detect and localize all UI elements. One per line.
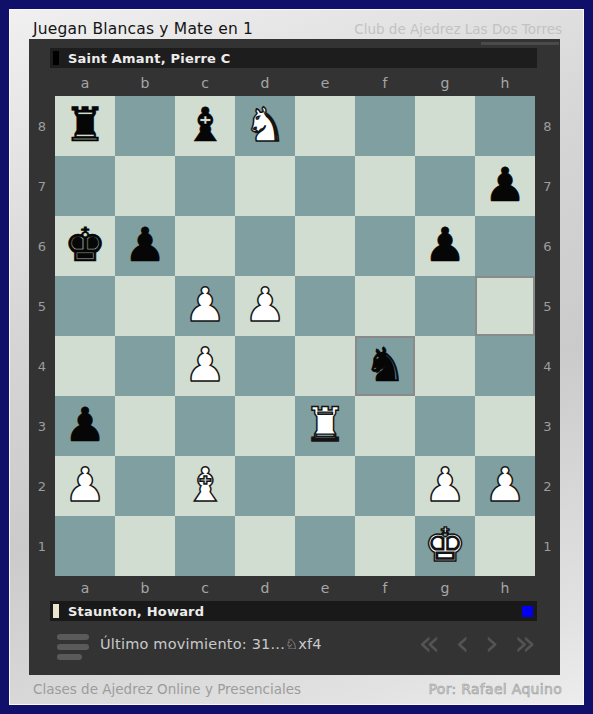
square-a7[interactable] [55,156,115,216]
black-pawn: ♟ [124,221,166,268]
square-g8[interactable] [415,96,475,156]
square-d4[interactable] [235,336,295,396]
square-b3[interactable] [115,396,175,456]
square-c3[interactable] [175,396,235,456]
file-label-h: h [475,577,535,599]
square-a3[interactable]: ♟ [55,396,115,456]
file-label-h: h [475,72,535,94]
square-g1[interactable]: ♚ [415,516,475,576]
white-bishop: ♝ [184,461,226,508]
file-labels-bottom: abcdefgh [55,577,535,599]
rank-label-5: 5 [29,276,55,336]
square-d2[interactable] [235,456,295,516]
page-title: Juegan Blancas y Mate en 1 [33,20,253,38]
chess-widget-panel: Saint Amant, Pierre C abcdefgh 87654321 … [29,39,560,675]
white-pawn: ♟ [64,461,106,508]
black-rook: ♜ [64,101,106,148]
rank-labels-left: 87654321 [29,96,55,576]
black-bishop: ♝ [184,101,226,148]
player-bar-black: Saint Amant, Pierre C [50,48,537,68]
controls-bar: Último movimiento: 31...♘xf4 « ‹ › » [29,622,560,675]
square-h6[interactable] [475,216,535,276]
square-e1[interactable] [295,516,355,576]
square-a1[interactable] [55,516,115,576]
file-label-b: b [115,577,175,599]
white-pawn: ♟ [184,281,226,328]
square-b1[interactable] [115,516,175,576]
white-king: ♚ [424,521,466,568]
rank-label-1: 1 [29,516,55,576]
footer-right-text: Por: Rafael Aquino [429,681,562,697]
square-c8[interactable]: ♝ [175,96,235,156]
file-labels-top: abcdefgh [55,72,535,94]
square-d8[interactable]: ♞ [235,96,295,156]
square-c1[interactable] [175,516,235,576]
club-name: Club de Ajedrez Las Dos Torres [354,21,562,37]
square-h2[interactable]: ♟ [475,456,535,516]
white-pawn: ♟ [184,341,226,388]
square-g5[interactable] [415,276,475,336]
file-label-a: a [55,577,115,599]
square-h3[interactable] [475,396,535,456]
square-h4[interactable] [475,336,535,396]
square-e8[interactable] [295,96,355,156]
rank-label-8: 8 [535,96,560,156]
panel-decoration-line [481,42,559,45]
nav-next-button[interactable]: › [485,625,499,661]
footer: Clases de Ajedrez Online y Presenciales … [33,679,562,699]
file-label-a: a [55,72,115,94]
rank-label-1: 1 [535,516,560,576]
black-knight: ♞ [364,341,406,388]
move-turn-indicator-square [522,606,533,617]
rank-label-3: 3 [29,396,55,456]
rank-label-7: 7 [29,156,55,216]
square-d1[interactable] [235,516,295,576]
square-e2[interactable] [295,456,355,516]
player-name-top: Saint Amant, Pierre C [68,51,231,66]
chess-board: ♜♝♞♟♚♟♟♟♟♟♞♟♜♟♝♟♟♚ [55,96,535,576]
square-c7[interactable] [175,156,235,216]
nav-first-button[interactable]: « [418,625,440,661]
square-b8[interactable] [115,96,175,156]
square-a5[interactable] [55,276,115,336]
square-d6[interactable] [235,216,295,276]
black-side-indicator [53,51,59,65]
square-g3[interactable] [415,396,475,456]
square-e5[interactable] [295,276,355,336]
window-frame: Juegan Blancas y Mate en 1 Club de Ajedr… [0,0,593,714]
square-f5[interactable] [355,276,415,336]
black-pawn: ♟ [424,221,466,268]
square-b2[interactable] [115,456,175,516]
square-g4[interactable] [415,336,475,396]
square-g2[interactable]: ♟ [415,456,475,516]
last-move-label: Último movimiento: 31...♘xf4 [100,622,322,666]
square-c4[interactable]: ♟ [175,336,235,396]
square-c2[interactable]: ♝ [175,456,235,516]
black-pawn: ♟ [484,161,526,208]
white-knight: ♞ [244,101,286,148]
white-pawn: ♟ [424,461,466,508]
file-label-d: d [235,577,295,599]
footer-left-text: Clases de Ajedrez Online y Presenciales [33,681,301,697]
square-c5[interactable]: ♟ [175,276,235,336]
square-b4[interactable] [115,336,175,396]
file-label-e: e [295,577,355,599]
square-c6[interactable] [175,216,235,276]
square-f4[interactable]: ♞ [355,336,415,396]
file-label-b: b [115,72,175,94]
rank-label-2: 2 [535,456,560,516]
white-pawn: ♟ [244,281,286,328]
menu-icon[interactable] [57,634,89,660]
file-label-c: c [175,72,235,94]
file-label-g: g [415,72,475,94]
square-b7[interactable] [115,156,175,216]
square-b5[interactable] [115,276,175,336]
square-e6[interactable] [295,216,355,276]
square-e3[interactable]: ♜ [295,396,355,456]
square-g7[interactable] [415,156,475,216]
square-d3[interactable] [235,396,295,456]
player-name-bottom: Staunton, Howard [68,604,204,619]
square-a8[interactable]: ♜ [55,96,115,156]
white-rook: ♜ [304,401,346,448]
square-h5[interactable] [475,276,535,336]
page-background: Juegan Blancas y Mate en 1 Club de Ajedr… [9,9,584,705]
square-e4[interactable] [295,336,355,396]
square-e7[interactable] [295,156,355,216]
square-h8[interactable] [475,96,535,156]
square-f2[interactable] [355,456,415,516]
rank-label-6: 6 [535,216,560,276]
file-label-e: e [295,72,355,94]
rank-label-4: 4 [535,336,560,396]
square-d7[interactable] [235,156,295,216]
rank-labels-right: 87654321 [535,96,560,576]
move-navigation: « ‹ › » [418,618,536,668]
file-label-g: g [415,577,475,599]
file-label-f: f [355,72,415,94]
rank-label-6: 6 [29,216,55,276]
square-b6[interactable]: ♟ [115,216,175,276]
file-label-f: f [355,577,415,599]
square-a4[interactable] [55,336,115,396]
square-a2[interactable]: ♟ [55,456,115,516]
rank-label-7: 7 [535,156,560,216]
square-h1[interactable] [475,516,535,576]
white-side-indicator [53,604,59,618]
square-f6[interactable] [355,216,415,276]
rank-label-4: 4 [29,336,55,396]
square-f8[interactable] [355,96,415,156]
rank-label-2: 2 [29,456,55,516]
square-f3[interactable] [355,396,415,456]
square-f7[interactable] [355,156,415,216]
black-pawn: ♟ [64,401,106,448]
square-d5[interactable]: ♟ [235,276,295,336]
nav-prev-button[interactable]: ‹ [455,625,469,661]
square-a6[interactable]: ♚ [55,216,115,276]
nav-last-button[interactable]: » [514,625,536,661]
square-g6[interactable]: ♟ [415,216,475,276]
file-label-d: d [235,72,295,94]
square-h7[interactable]: ♟ [475,156,535,216]
rank-label-8: 8 [29,96,55,156]
black-king: ♚ [64,221,106,268]
square-f1[interactable] [355,516,415,576]
file-label-c: c [175,577,235,599]
rank-label-5: 5 [535,276,560,336]
white-pawn: ♟ [484,461,526,508]
rank-label-3: 3 [535,396,560,456]
